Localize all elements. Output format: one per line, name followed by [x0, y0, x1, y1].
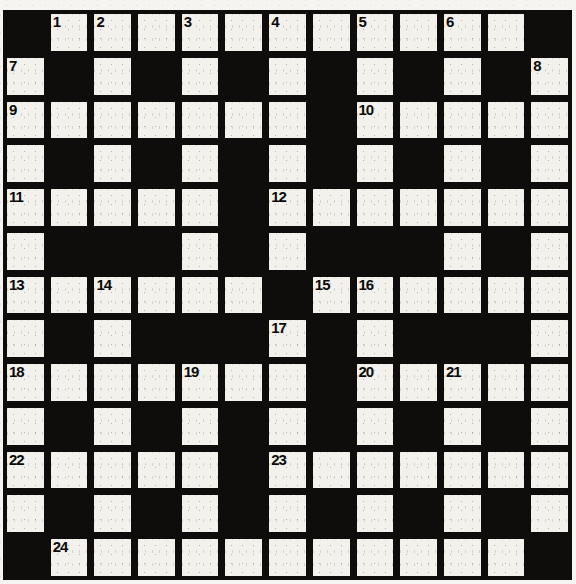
cell-8-3[interactable]	[138, 364, 175, 401]
cell-3-2[interactable]	[94, 145, 131, 182]
cell-9-10[interactable]	[444, 408, 481, 445]
cell-12-7[interactable]	[313, 539, 350, 576]
cell-4-8[interactable]	[357, 189, 394, 226]
clue-number-12: 12	[271, 188, 286, 205]
cell-0-10[interactable]: 6	[444, 14, 481, 51]
clue-number-21: 21	[446, 363, 461, 380]
black-cell-5-1	[51, 233, 88, 270]
cell-2-3[interactable]	[138, 102, 175, 139]
cell-7-6[interactable]: 17	[269, 320, 306, 357]
cell-12-2[interactable]	[94, 539, 131, 576]
cell-12-9[interactable]	[400, 539, 437, 576]
cell-4-9[interactable]	[400, 189, 437, 226]
cell-8-12[interactable]	[531, 364, 568, 401]
black-cell-11-11	[488, 495, 525, 532]
clue-number-13: 13	[9, 276, 24, 293]
cell-2-4[interactable]	[182, 102, 219, 139]
clue-number-11: 11	[9, 188, 23, 205]
black-cell-11-5	[225, 495, 262, 532]
cell-8-2[interactable]	[94, 364, 131, 401]
cell-9-8[interactable]	[357, 408, 394, 445]
cell-0-8[interactable]: 5	[357, 14, 394, 51]
cell-9-12[interactable]	[531, 408, 568, 445]
cell-11-12[interactable]	[531, 495, 568, 532]
black-cell-12-12	[531, 539, 568, 576]
black-cell-12-0	[7, 539, 44, 576]
black-cell-4-5	[225, 189, 262, 226]
black-cell-3-11	[488, 145, 525, 182]
black-cell-9-1	[51, 408, 88, 445]
cell-10-7[interactable]	[313, 452, 350, 489]
cell-2-12[interactable]	[531, 102, 568, 139]
cell-6-2[interactable]: 14	[94, 277, 131, 314]
black-cell-5-2	[94, 233, 131, 270]
cell-11-10[interactable]	[444, 495, 481, 532]
cell-2-10[interactable]	[444, 102, 481, 139]
black-cell-9-9	[400, 408, 437, 445]
black-cell-11-1	[51, 495, 88, 532]
clue-number-18: 18	[9, 363, 24, 380]
cell-2-0[interactable]: 9	[7, 102, 44, 139]
black-cell-5-8	[357, 233, 394, 270]
cell-1-12[interactable]: 8	[531, 58, 568, 95]
black-cell-1-1	[51, 58, 88, 95]
black-cell-7-4	[182, 320, 219, 357]
cell-2-2[interactable]	[94, 102, 131, 139]
cell-8-5[interactable]	[225, 364, 262, 401]
cell-4-6[interactable]: 12	[269, 189, 306, 226]
cell-10-10[interactable]	[444, 452, 481, 489]
cell-4-12[interactable]	[531, 189, 568, 226]
cell-4-7[interactable]	[313, 189, 350, 226]
cell-3-8[interactable]	[357, 145, 394, 182]
cell-0-6[interactable]: 4	[269, 14, 306, 51]
clue-number-1: 1	[53, 13, 60, 30]
cell-0-3[interactable]	[138, 14, 175, 51]
black-cell-2-7	[313, 102, 350, 139]
crossword-board: 123456789101112131415161718192021222324	[3, 10, 572, 580]
black-cell-7-11	[488, 320, 525, 357]
clue-number-7: 7	[9, 57, 16, 74]
cell-1-2[interactable]	[94, 58, 131, 95]
cell-8-8[interactable]: 20	[357, 364, 394, 401]
cell-7-0[interactable]	[7, 320, 44, 357]
cell-2-5[interactable]	[225, 102, 262, 139]
cell-11-0[interactable]	[7, 495, 44, 532]
black-cell-1-11	[488, 58, 525, 95]
clue-number-5: 5	[359, 13, 366, 30]
cell-1-4[interactable]	[182, 58, 219, 95]
black-cell-5-7	[313, 233, 350, 270]
cell-1-0[interactable]: 7	[7, 58, 44, 95]
clue-number-19: 19	[184, 363, 199, 380]
cell-2-11[interactable]	[488, 102, 525, 139]
clue-number-16: 16	[359, 276, 374, 293]
black-cell-3-1	[51, 145, 88, 182]
cell-2-9[interactable]	[400, 102, 437, 139]
cell-6-12[interactable]	[531, 277, 568, 314]
black-cell-9-11	[488, 408, 525, 445]
cell-6-8[interactable]: 16	[357, 277, 394, 314]
cell-4-1[interactable]	[51, 189, 88, 226]
cell-5-12[interactable]	[531, 233, 568, 270]
black-cell-6-6	[269, 277, 306, 314]
clue-number-17: 17	[271, 319, 286, 336]
black-cell-7-5	[225, 320, 262, 357]
cell-11-2[interactable]	[94, 495, 131, 532]
cell-10-6[interactable]: 23	[269, 452, 306, 489]
cell-11-8[interactable]	[357, 495, 394, 532]
cell-2-8[interactable]: 10	[357, 102, 394, 139]
cell-10-3[interactable]	[138, 452, 175, 489]
cell-11-4[interactable]	[182, 495, 219, 532]
cell-12-4[interactable]	[182, 539, 219, 576]
cell-0-1[interactable]: 1	[51, 14, 88, 51]
black-cell-10-5	[225, 452, 262, 489]
cell-10-9[interactable]	[400, 452, 437, 489]
cell-4-0[interactable]: 11	[7, 189, 44, 226]
cell-3-4[interactable]	[182, 145, 219, 182]
cell-12-5[interactable]	[225, 539, 262, 576]
cell-7-12[interactable]	[531, 320, 568, 357]
black-cell-11-3	[138, 495, 175, 532]
cell-1-10[interactable]	[444, 58, 481, 95]
cell-8-11[interactable]	[488, 364, 525, 401]
black-cell-3-9	[400, 145, 437, 182]
cell-9-0[interactable]	[7, 408, 44, 445]
clue-number-22: 22	[9, 451, 24, 468]
cell-9-4[interactable]	[182, 408, 219, 445]
black-cell-8-7	[313, 364, 350, 401]
black-cell-3-3	[138, 145, 175, 182]
cell-8-9[interactable]	[400, 364, 437, 401]
cell-4-11[interactable]	[488, 189, 525, 226]
cell-9-6[interactable]	[269, 408, 306, 445]
black-cell-1-3	[138, 58, 175, 95]
clue-number-9: 9	[9, 101, 16, 118]
cell-7-8[interactable]	[357, 320, 394, 357]
cell-8-10[interactable]: 21	[444, 364, 481, 401]
cell-3-10[interactable]	[444, 145, 481, 182]
black-cell-0-12	[531, 14, 568, 51]
cell-1-6[interactable]	[269, 58, 306, 95]
clue-number-20: 20	[359, 363, 374, 380]
black-cell-9-5	[225, 408, 262, 445]
cell-10-8[interactable]	[357, 452, 394, 489]
cell-5-0[interactable]	[7, 233, 44, 270]
cell-12-6[interactable]	[269, 539, 306, 576]
cell-2-1[interactable]	[51, 102, 88, 139]
cell-12-8[interactable]	[357, 539, 394, 576]
black-cell-3-7	[313, 145, 350, 182]
cell-6-5[interactable]	[225, 277, 262, 314]
cell-0-2[interactable]: 2	[94, 14, 131, 51]
clue-number-24: 24	[53, 538, 68, 555]
cell-10-12[interactable]	[531, 452, 568, 489]
black-cell-5-3	[138, 233, 175, 270]
cell-6-11[interactable]	[488, 277, 525, 314]
cell-0-7[interactable]	[313, 14, 350, 51]
cell-2-6[interactable]	[269, 102, 306, 139]
black-cell-11-7	[313, 495, 350, 532]
black-cell-7-9	[400, 320, 437, 357]
black-cell-7-7	[313, 320, 350, 357]
cell-12-10[interactable]	[444, 539, 481, 576]
cell-4-3[interactable]	[138, 189, 175, 226]
cell-4-4[interactable]	[182, 189, 219, 226]
black-cell-9-7	[313, 408, 350, 445]
cell-8-1[interactable]	[51, 364, 88, 401]
cell-0-9[interactable]	[400, 14, 437, 51]
clue-number-4: 4	[271, 13, 278, 30]
cell-3-6[interactable]	[269, 145, 306, 182]
cell-3-12[interactable]	[531, 145, 568, 182]
clue-number-6: 6	[446, 13, 453, 30]
black-cell-3-5	[225, 145, 262, 182]
clue-number-15: 15	[315, 276, 330, 293]
clue-number-3: 3	[184, 13, 191, 30]
cell-5-6[interactable]	[269, 233, 306, 270]
cell-11-6[interactable]	[269, 495, 306, 532]
black-cell-5-9	[400, 233, 437, 270]
cell-9-2[interactable]	[94, 408, 131, 445]
clue-number-10: 10	[359, 101, 374, 118]
cell-6-10[interactable]	[444, 277, 481, 314]
black-cell-1-9	[400, 58, 437, 95]
cell-10-4[interactable]	[182, 452, 219, 489]
cell-12-1[interactable]: 24	[51, 539, 88, 576]
cell-5-4[interactable]	[182, 233, 219, 270]
clue-number-14: 14	[96, 276, 111, 293]
cell-6-3[interactable]	[138, 277, 175, 314]
black-cell-7-1	[51, 320, 88, 357]
cell-10-2[interactable]	[94, 452, 131, 489]
black-cell-7-10	[444, 320, 481, 357]
cell-6-4[interactable]	[182, 277, 219, 314]
cell-4-10[interactable]	[444, 189, 481, 226]
cell-10-0[interactable]: 22	[7, 452, 44, 489]
cell-12-11[interactable]	[488, 539, 525, 576]
cell-5-10[interactable]	[444, 233, 481, 270]
cell-0-11[interactable]	[488, 14, 525, 51]
black-cell-1-7	[313, 58, 350, 95]
cell-8-4[interactable]: 19	[182, 364, 219, 401]
cell-10-1[interactable]	[51, 452, 88, 489]
black-cell-11-9	[400, 495, 437, 532]
black-cell-5-5	[225, 233, 262, 270]
clue-number-8: 8	[533, 57, 540, 74]
cell-6-0[interactable]: 13	[7, 277, 44, 314]
black-cell-7-3	[138, 320, 175, 357]
black-cell-9-3	[138, 408, 175, 445]
cell-6-9[interactable]	[400, 277, 437, 314]
cell-7-2[interactable]	[94, 320, 131, 357]
cell-4-2[interactable]	[94, 189, 131, 226]
cell-12-3[interactable]	[138, 539, 175, 576]
cell-8-6[interactable]	[269, 364, 306, 401]
black-cell-0-0	[7, 14, 44, 51]
clue-number-2: 2	[96, 13, 103, 30]
clue-number-23: 23	[271, 451, 286, 468]
black-cell-5-11	[488, 233, 525, 270]
cell-10-11[interactable]	[488, 452, 525, 489]
cell-0-4[interactable]: 3	[182, 14, 219, 51]
cell-0-5[interactable]	[225, 14, 262, 51]
cell-3-0[interactable]	[7, 145, 44, 182]
cell-1-8[interactable]	[357, 58, 394, 95]
black-cell-1-5	[225, 58, 262, 95]
cell-8-0[interactable]: 18	[7, 364, 44, 401]
cell-6-7[interactable]: 15	[313, 277, 350, 314]
cell-6-1[interactable]	[51, 277, 88, 314]
